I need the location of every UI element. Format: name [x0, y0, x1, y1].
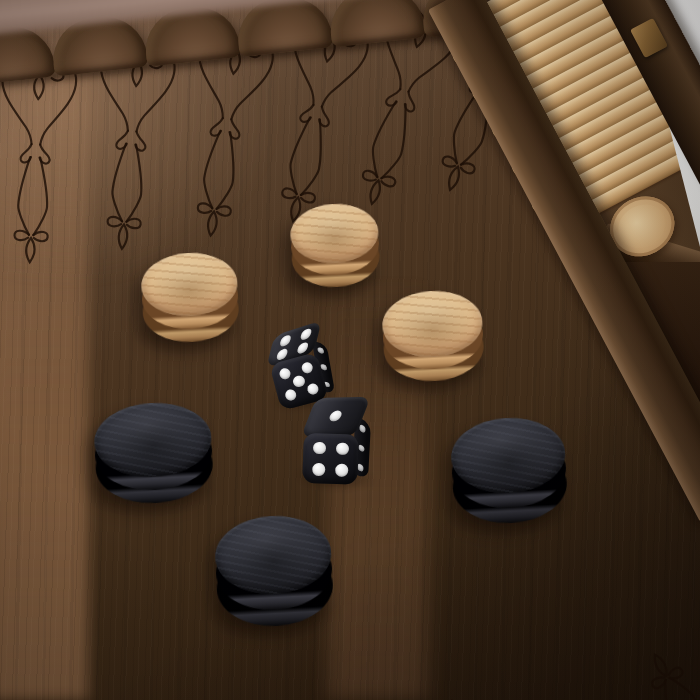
- backgammon-board-photo: [0, 0, 700, 700]
- photo-vignette: [0, 0, 700, 700]
